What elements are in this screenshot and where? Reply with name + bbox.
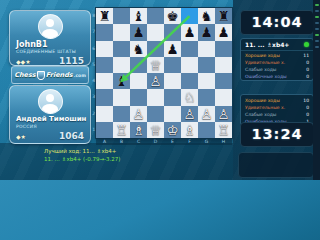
square-b3[interactable]: [113, 89, 130, 105]
avatar-bottom: [38, 89, 63, 114]
square-c1[interactable]: [130, 122, 147, 138]
file-label-C: C: [130, 138, 147, 145]
player-rating-top: 1115: [59, 56, 84, 66]
quality-row: Ошибочные ходы0: [241, 72, 313, 79]
player-name-top: JohnB1: [16, 40, 90, 49]
square-e5[interactable]: [164, 57, 181, 73]
quality-rows-bottom: Хорошие ходы10Удивительные х.0Слабые ход…: [241, 96, 313, 124]
square-c2[interactable]: [130, 106, 147, 122]
quality-label: Слабые ходы: [245, 112, 276, 117]
quality-row: Хорошие ходы10: [241, 96, 313, 103]
square-f2[interactable]: [181, 106, 198, 122]
rank-label-8: 8: [89, 13, 95, 18]
player-name-bottom: Андрей Тимошин: [16, 115, 90, 124]
good-move-indicator-icon: [304, 42, 309, 47]
square-b6[interactable]: [113, 41, 130, 57]
quality-row: Слабые ходы0: [241, 110, 313, 117]
square-g6[interactable]: [198, 41, 215, 57]
quality-label: Удивительные х.: [245, 105, 285, 110]
quality-rows-top: Хорошие ходы11Удивительные х.0Слабые ход…: [241, 51, 313, 79]
square-c7[interactable]: [130, 24, 147, 40]
quality-row: Хорошие ходы11: [241, 51, 313, 58]
quality-count: 0: [306, 60, 309, 65]
square-d5[interactable]: [147, 57, 164, 73]
file-label-F: F: [181, 138, 198, 145]
quality-count: 0: [306, 67, 309, 72]
square-b1[interactable]: [113, 122, 130, 138]
square-d3[interactable]: [147, 89, 164, 105]
square-e1[interactable]: [164, 122, 181, 138]
avatar-person-icon: [42, 29, 58, 39]
square-c6[interactable]: [130, 41, 147, 57]
square-b4[interactable]: [113, 73, 130, 89]
square-d4[interactable]: [147, 73, 164, 89]
move-quality-panel-top: 11. ... ♗xb4+ Хорошие ходы11Удивительные…: [240, 38, 314, 81]
quality-label: Ошибочные ходы: [245, 74, 287, 79]
square-f7[interactable]: [181, 24, 198, 40]
rank-label-6: 6: [89, 46, 95, 51]
avatar-person-icon: [46, 94, 54, 102]
square-g1[interactable]: [198, 122, 215, 138]
shield-icon: [37, 71, 45, 80]
file-label-G: G: [198, 138, 215, 145]
square-h1[interactable]: [215, 122, 232, 138]
square-f3[interactable]: [181, 89, 198, 105]
bottom-right-panel: [238, 152, 314, 178]
square-h5[interactable]: [215, 57, 232, 73]
played-move-eval-text: 11. ... ♗xb4+ (-0.79→-3.27): [44, 155, 224, 163]
rank-label-4: 4: [89, 78, 95, 83]
square-g7[interactable]: [198, 24, 215, 40]
quality-row: Удивительные х.0: [241, 103, 313, 110]
player-stars-bottom: ◆★: [16, 133, 26, 140]
square-f1[interactable]: [181, 122, 198, 138]
square-h4[interactable]: [215, 73, 232, 89]
file-label-A: A: [96, 138, 113, 145]
avatar-top: [38, 14, 63, 39]
avatar-person-icon: [46, 19, 54, 27]
last-move-label: 11. ... ♗xb4+: [245, 41, 289, 48]
square-a3[interactable]: [96, 89, 113, 105]
quality-count: 11: [303, 53, 309, 58]
square-g8[interactable]: [198, 8, 215, 24]
logo-text-right: Friends: [46, 71, 73, 79]
rank-label-7: 7: [89, 29, 95, 34]
square-a5[interactable]: [96, 57, 113, 73]
move-list-scrollbar[interactable]: [313, 0, 320, 180]
square-f4[interactable]: [181, 73, 198, 89]
file-labels: ABCDEFGH: [96, 138, 232, 145]
quality-label: Удивительные х.: [245, 60, 285, 65]
square-a8[interactable]: [96, 8, 113, 24]
quality-label: Хорошие ходы: [245, 53, 280, 58]
square-a2[interactable]: [96, 106, 113, 122]
file-label-E: E: [164, 138, 181, 145]
square-d6[interactable]: [147, 41, 164, 57]
square-a7[interactable]: [96, 24, 113, 40]
square-h7[interactable]: [215, 24, 232, 40]
square-c8[interactable]: [130, 8, 147, 24]
rank-label-1: 1: [89, 127, 95, 132]
square-c4[interactable]: [130, 73, 147, 89]
chessfriends-logo: Chess Friends .com: [11, 66, 89, 84]
square-a1[interactable]: [96, 122, 113, 138]
quality-count: 10: [303, 98, 309, 103]
chess-board[interactable]: ♜♝♚♞♜♟♟♟♟♞♟♕♝♙♘♙♙♙♙♖♗♕♔♗♖: [96, 8, 232, 138]
square-h3[interactable]: [215, 89, 232, 105]
square-a6[interactable]: [96, 41, 113, 57]
square-f5[interactable]: [181, 57, 198, 73]
rank-label-3: 3: [89, 94, 95, 99]
engine-suggestion: Лучший ход: 11... ♗xb4+ 11. ... ♗xb4+ (-…: [44, 147, 224, 163]
player-country-bottom: РОССИЯ: [16, 124, 90, 130]
square-a4[interactable]: [96, 73, 113, 89]
clock-top: 14:04: [240, 10, 314, 35]
square-e6[interactable]: [164, 41, 181, 57]
square-g3[interactable]: [198, 89, 215, 105]
square-h8[interactable]: [215, 8, 232, 24]
chess-game-window: JohnB1 СОЕДИНЕННЫЕ ШТАТЫ ◆◆★ 1115 Chess …: [0, 0, 320, 180]
file-label-D: D: [147, 138, 164, 145]
square-h2[interactable]: [215, 106, 232, 122]
player-stars-top: ◆◆★: [16, 58, 31, 65]
best-move-text: Лучший ход: 11... ♗xb4+: [44, 147, 224, 155]
square-d2[interactable]: [147, 106, 164, 122]
square-g2[interactable]: [198, 106, 215, 122]
file-label-B: B: [113, 138, 130, 145]
square-g5[interactable]: [198, 57, 215, 73]
quality-count: 0: [306, 74, 309, 79]
quality-label: Хорошие ходы: [245, 98, 280, 103]
quality-label: Слабые ходы: [245, 67, 276, 72]
square-c3[interactable]: [130, 89, 147, 105]
square-c5[interactable]: [130, 57, 147, 73]
square-e8[interactable]: [164, 8, 181, 24]
square-b2[interactable]: [113, 106, 130, 122]
quality-count: 0: [306, 112, 309, 117]
player-country-top: СОЕДИНЕННЫЕ ШТАТЫ: [16, 49, 90, 55]
logo-text-left: Chess: [14, 71, 36, 79]
clock-bottom: 13:24: [240, 122, 314, 147]
square-d8[interactable]: [147, 8, 164, 24]
square-f6[interactable]: [181, 41, 198, 57]
avatar-person-icon: [42, 104, 58, 114]
file-label-H: H: [215, 138, 232, 145]
square-d7[interactable]: [147, 24, 164, 40]
square-e4[interactable]: [164, 73, 181, 89]
player-card-bottom: Андрей Тимошин РОССИЯ ◆★ 1064: [9, 85, 91, 144]
square-e7[interactable]: [164, 24, 181, 40]
square-b5[interactable]: [113, 57, 130, 73]
rank-label-5: 5: [89, 62, 95, 67]
square-h6[interactable]: [215, 41, 232, 57]
quality-row: Удивительные х.0: [241, 58, 313, 65]
square-e2[interactable]: [164, 106, 181, 122]
quality-row: Слабые ходы0: [241, 65, 313, 72]
logo-tld: .com: [74, 73, 86, 78]
square-d1[interactable]: [147, 122, 164, 138]
square-g4[interactable]: [198, 73, 215, 89]
quality-count: 0: [306, 105, 309, 110]
rank-label-2: 2: [89, 111, 95, 116]
player-rating-bottom: 1064: [59, 131, 84, 141]
square-f8[interactable]: [181, 8, 198, 24]
square-e3[interactable]: [164, 89, 181, 105]
square-b7[interactable]: [113, 24, 130, 40]
square-b8[interactable]: [113, 8, 130, 24]
player-card-top: JohnB1 СОЕДИНЕННЫЕ ШТАТЫ ◆◆★ 1115: [9, 10, 91, 66]
